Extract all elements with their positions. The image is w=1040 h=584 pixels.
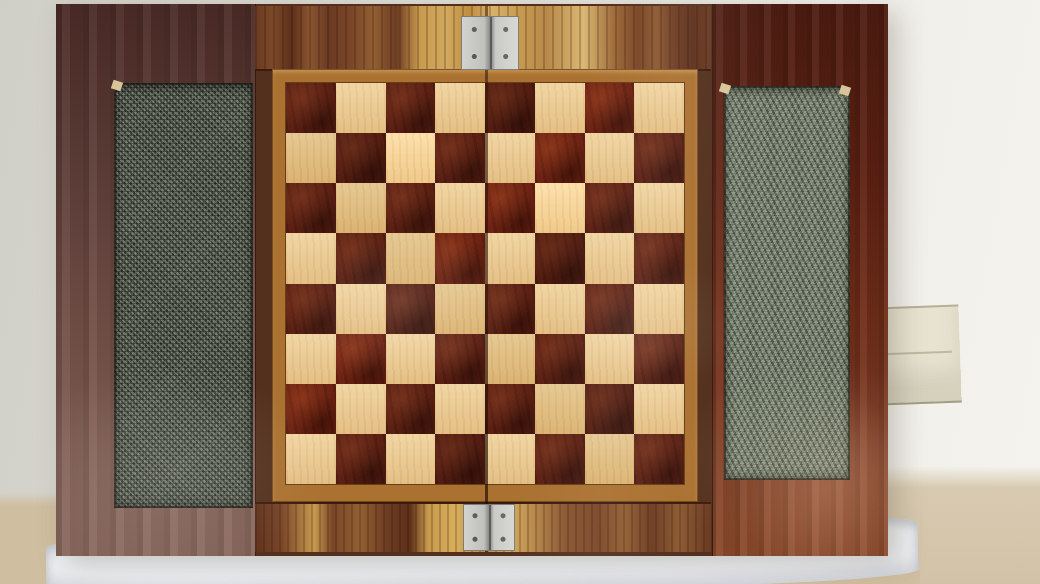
square-g4[interactable] — [585, 284, 635, 334]
square-b3[interactable] — [336, 334, 386, 384]
square-g2[interactable] — [585, 384, 635, 434]
square-a4[interactable] — [286, 284, 336, 334]
square-f4[interactable] — [535, 284, 585, 334]
square-g1[interactable] — [585, 434, 635, 484]
square-f8[interactable] — [535, 83, 585, 133]
wall-fixture-line — [882, 351, 952, 355]
square-g3[interactable] — [585, 334, 635, 384]
square-e5[interactable] — [485, 233, 535, 283]
square-a6[interactable] — [286, 183, 336, 233]
square-d2[interactable] — [435, 384, 485, 434]
square-e2[interactable] — [485, 384, 535, 434]
square-c2[interactable] — [386, 384, 436, 434]
square-e6[interactable] — [485, 183, 535, 233]
square-h2[interactable] — [634, 384, 684, 434]
square-h6[interactable] — [634, 183, 684, 233]
square-b7[interactable] — [336, 133, 386, 183]
square-c6[interactable] — [386, 183, 436, 233]
square-c5[interactable] — [386, 233, 436, 283]
square-g5[interactable] — [585, 233, 635, 283]
square-b8[interactable] — [336, 83, 386, 133]
square-a1[interactable] — [286, 434, 336, 484]
square-g7[interactable] — [585, 133, 635, 183]
felt-panel-right — [724, 86, 850, 480]
square-f2[interactable] — [535, 384, 585, 434]
square-f6[interactable] — [535, 183, 585, 233]
square-a8[interactable] — [286, 83, 336, 133]
square-h4[interactable] — [634, 284, 684, 334]
square-a5[interactable] — [286, 233, 336, 283]
square-d4[interactable] — [435, 284, 485, 334]
square-h3[interactable] — [634, 334, 684, 384]
square-e8[interactable] — [485, 83, 535, 133]
photo-scene — [0, 0, 1040, 584]
square-f5[interactable] — [535, 233, 585, 283]
square-b4[interactable] — [336, 284, 386, 334]
square-f1[interactable] — [535, 434, 585, 484]
square-b2[interactable] — [336, 384, 386, 434]
square-c7[interactable] — [386, 133, 436, 183]
square-h5[interactable] — [634, 233, 684, 283]
square-d7[interactable] — [435, 133, 485, 183]
square-a2[interactable] — [286, 384, 336, 434]
square-c4[interactable] — [386, 284, 436, 334]
top-hinge — [461, 16, 519, 70]
square-f3[interactable] — [535, 334, 585, 384]
square-d1[interactable] — [435, 434, 485, 484]
square-a7[interactable] — [286, 133, 336, 183]
square-h7[interactable] — [634, 133, 684, 183]
bottom-hinge — [463, 504, 515, 551]
square-c1[interactable] — [386, 434, 436, 484]
square-d3[interactable] — [435, 334, 485, 384]
square-a3[interactable] — [286, 334, 336, 384]
square-g6[interactable] — [585, 183, 635, 233]
square-c8[interactable] — [386, 83, 436, 133]
square-e3[interactable] — [485, 334, 535, 384]
square-e4[interactable] — [485, 284, 535, 334]
square-h1[interactable] — [634, 434, 684, 484]
square-c3[interactable] — [386, 334, 436, 384]
square-b5[interactable] — [336, 233, 386, 283]
wall-fixture — [876, 305, 961, 406]
square-e7[interactable] — [485, 133, 535, 183]
square-d5[interactable] — [435, 233, 485, 283]
square-b6[interactable] — [336, 183, 386, 233]
square-b1[interactable] — [336, 434, 386, 484]
square-d6[interactable] — [435, 183, 485, 233]
square-g8[interactable] — [585, 83, 635, 133]
square-d8[interactable] — [435, 83, 485, 133]
square-h8[interactable] — [634, 83, 684, 133]
folding-chessboard — [56, 4, 888, 556]
square-f7[interactable] — [535, 133, 585, 183]
square-e1[interactable] — [485, 434, 535, 484]
fold-seam — [485, 6, 488, 552]
felt-panel-left — [114, 83, 253, 508]
